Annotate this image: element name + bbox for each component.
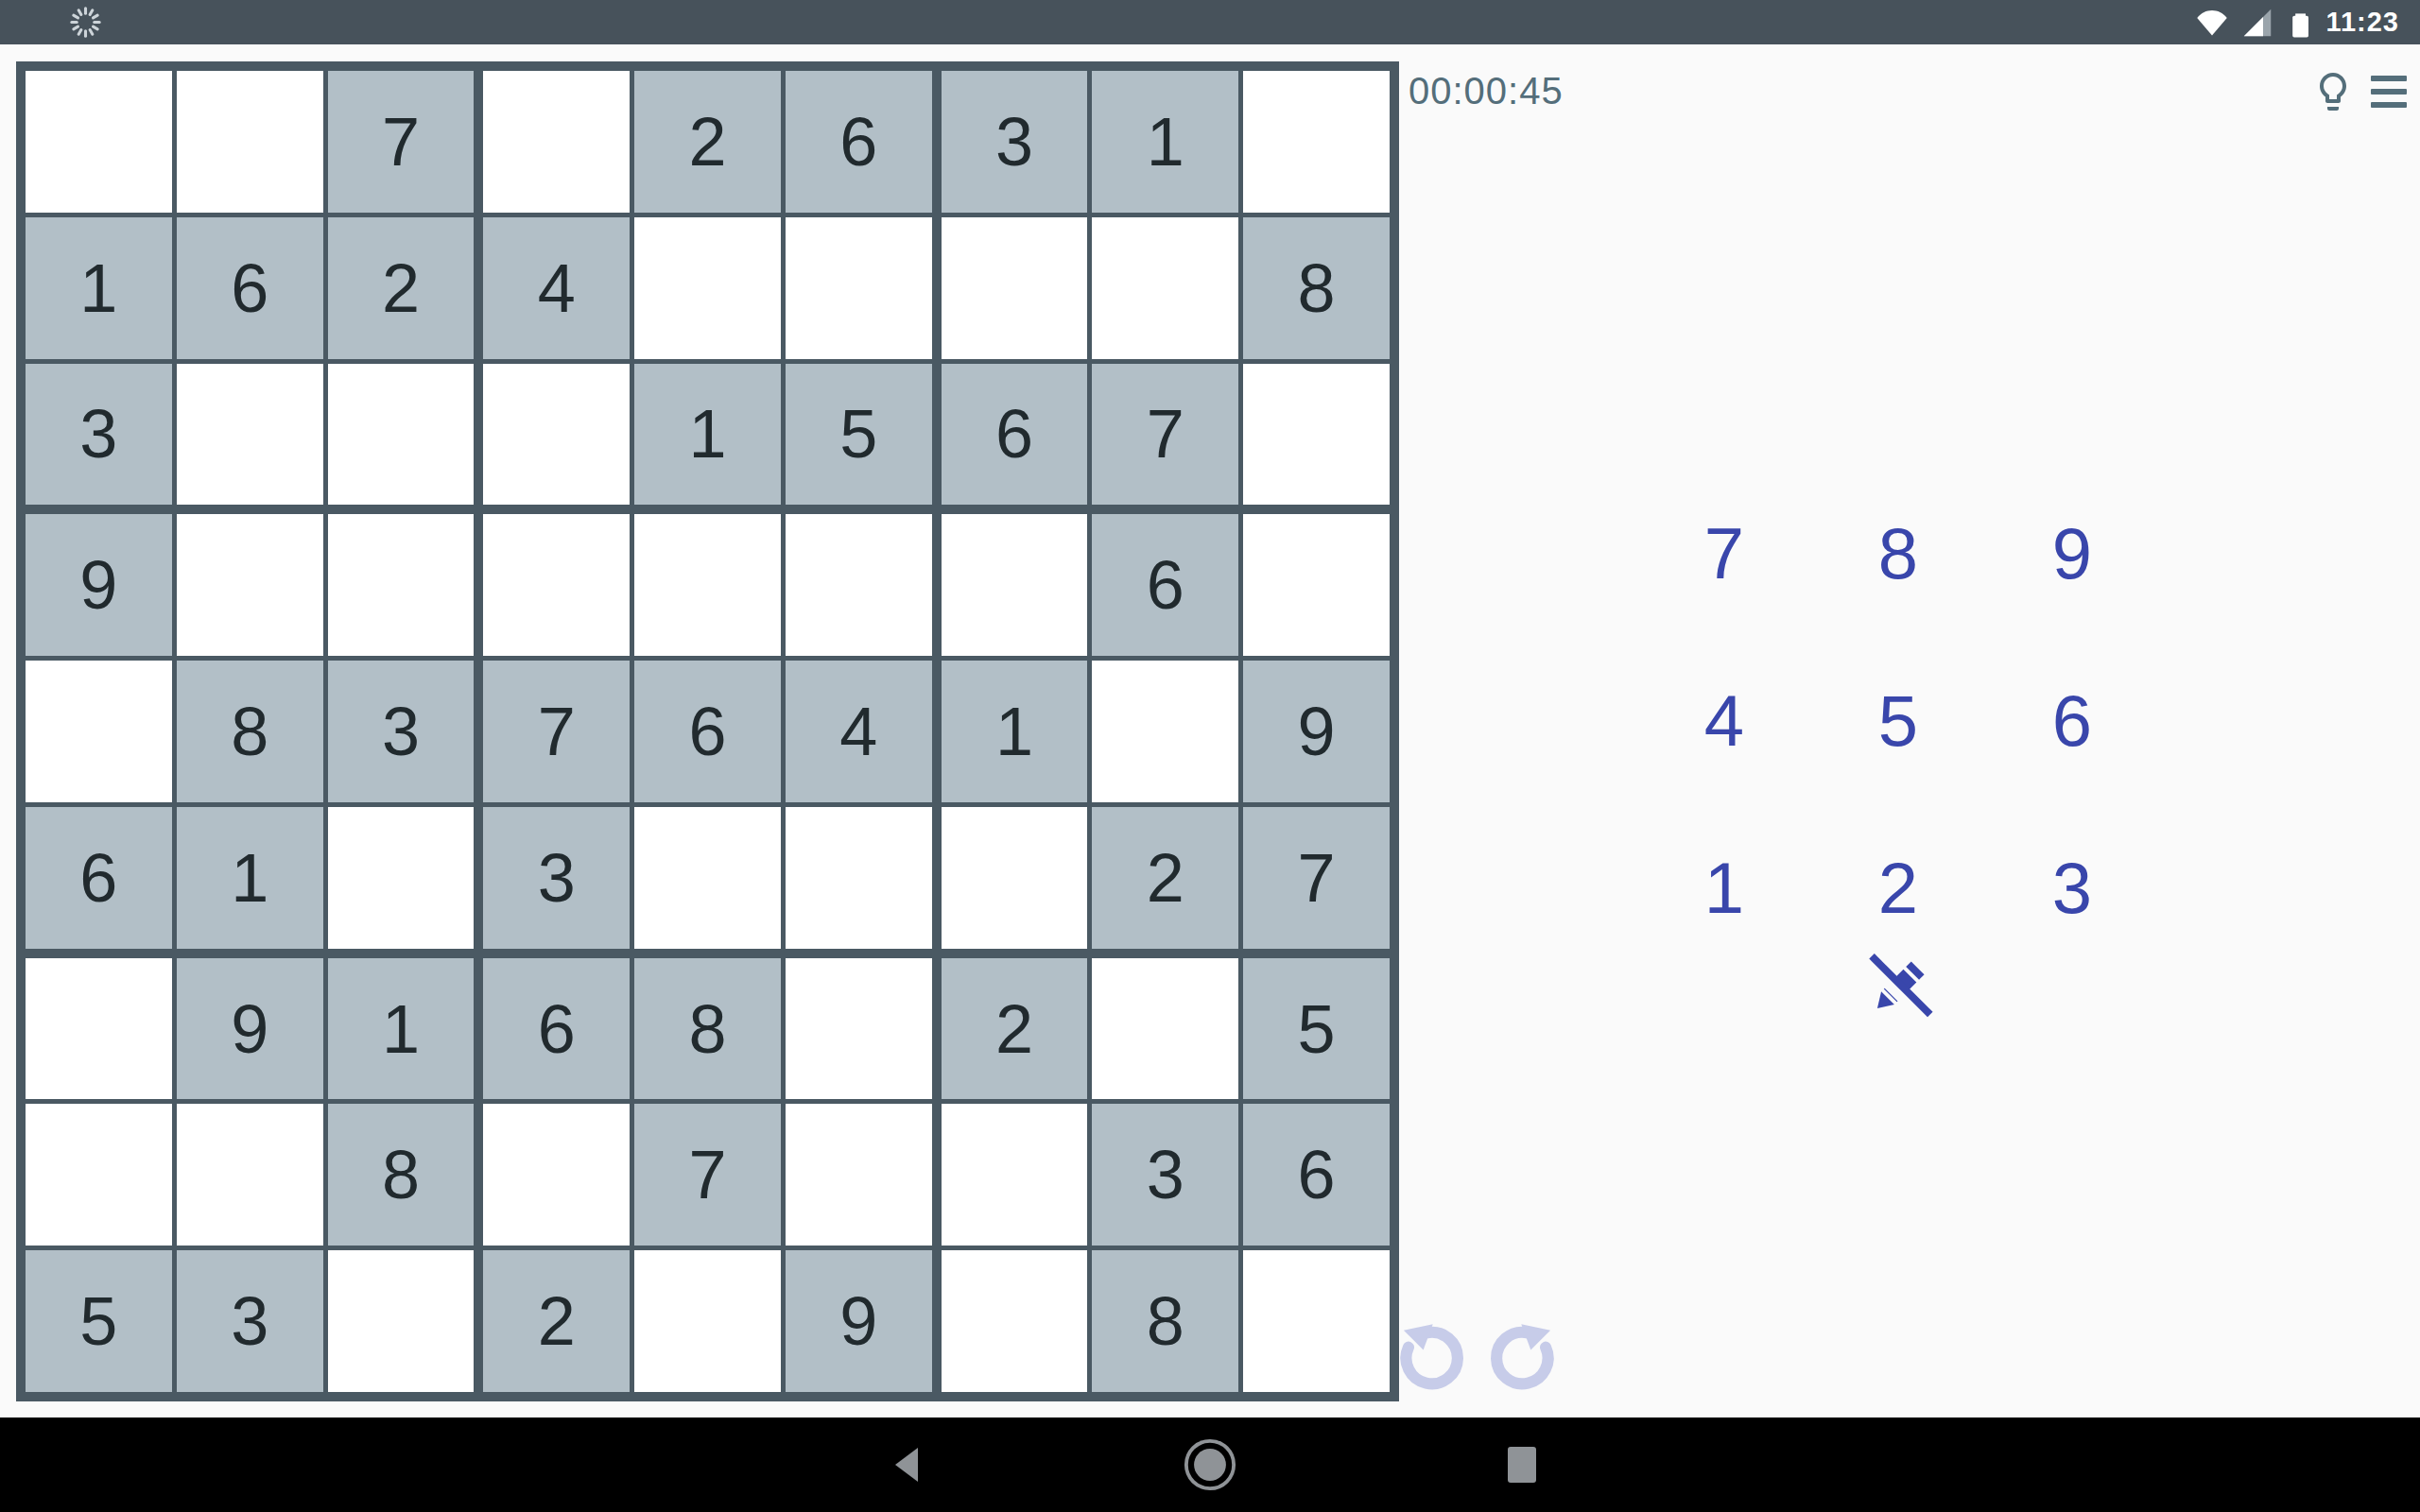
- grid-cell-r7c4[interactable]: 6: [483, 958, 630, 1100]
- grid-cell-r6c9[interactable]: 7: [1243, 807, 1390, 949]
- numpad-key-9[interactable]: 9: [1985, 470, 2159, 637]
- grid-cell-r4c8[interactable]: 6: [1092, 514, 1238, 656]
- numpad-key-5[interactable]: 5: [1811, 637, 1985, 804]
- board-block-1: 71623: [26, 71, 474, 505]
- grid-cell-r3c3[interactable]: [328, 364, 475, 506]
- numpad-key-6[interactable]: 6: [1985, 637, 2159, 804]
- numpad-key-3[interactable]: 3: [1985, 805, 2159, 972]
- board-block-3: 31867: [942, 71, 1390, 505]
- recents-square-icon: [1499, 1442, 1545, 1487]
- grid-cell-r5c5[interactable]: 6: [634, 661, 781, 802]
- grid-cell-r9c8[interactable]: 8: [1092, 1250, 1238, 1392]
- grid-cell-r1c9[interactable]: [1243, 71, 1390, 213]
- grid-cell-r8c3[interactable]: 8: [328, 1104, 475, 1246]
- hamburger-icon: [2371, 102, 2407, 108]
- grid-cell-r5c9[interactable]: 9: [1243, 661, 1390, 802]
- numpad: 789456123: [1637, 470, 2159, 972]
- grid-cell-r9c2[interactable]: 3: [177, 1250, 323, 1392]
- grid-cell-r6c6[interactable]: [786, 807, 932, 949]
- pencil-mode-button[interactable]: [1861, 951, 1935, 1024]
- grid-cell-r1c5[interactable]: 2: [634, 71, 781, 213]
- grid-cell-r5c1[interactable]: [26, 661, 172, 802]
- grid-cell-r9c1[interactable]: 5: [26, 1250, 172, 1392]
- grid-cell-r8c2[interactable]: [177, 1104, 323, 1246]
- grid-cell-r1c2[interactable]: [177, 71, 323, 213]
- grid-cell-r7c2[interactable]: 9: [177, 958, 323, 1100]
- grid-cell-r5c8[interactable]: [1092, 661, 1238, 802]
- grid-cell-r9c6[interactable]: 9: [786, 1250, 932, 1392]
- sudoku-board: 7162326415318679836176436192791853687292…: [16, 61, 1399, 1401]
- wifi-icon: [2195, 6, 2229, 40]
- numpad-key-8[interactable]: 8: [1811, 470, 1985, 637]
- board-block-6: 61927: [942, 514, 1390, 948]
- grid-cell-r4c4[interactable]: [483, 514, 630, 656]
- grid-cell-r2c1[interactable]: 1: [26, 217, 172, 359]
- grid-cell-r7c6[interactable]: [786, 958, 932, 1100]
- grid-cell-r6c5[interactable]: [634, 807, 781, 949]
- hamburger-icon: [2371, 89, 2407, 94]
- grid-cell-r5c3[interactable]: 3: [328, 661, 475, 802]
- grid-cell-r2c6[interactable]: [786, 217, 932, 359]
- hint-button[interactable]: [2310, 69, 2356, 114]
- sync-spinner-icon: [68, 5, 103, 40]
- grid-cell-r1c4[interactable]: [483, 71, 630, 213]
- grid-cell-r8c7[interactable]: [942, 1104, 1088, 1246]
- menu-button[interactable]: [2371, 76, 2412, 108]
- grid-cell-r4c2[interactable]: [177, 514, 323, 656]
- grid-cell-r6c8[interactable]: 2: [1092, 807, 1238, 949]
- grid-cell-r7c9[interactable]: 5: [1243, 958, 1390, 1100]
- edit-off-icon: [1861, 951, 1935, 1024]
- grid-cell-r8c9[interactable]: 6: [1243, 1104, 1390, 1246]
- board-block-2: 26415: [483, 71, 931, 505]
- grid-cell-r7c3[interactable]: 1: [328, 958, 475, 1100]
- grid-cell-r6c1[interactable]: 6: [26, 807, 172, 949]
- grid-cell-r3c7[interactable]: 6: [942, 364, 1088, 506]
- grid-cell-r3c2[interactable]: [177, 364, 323, 506]
- grid-cell-r1c3[interactable]: 7: [328, 71, 475, 213]
- android-nav-bar: [0, 1417, 2420, 1512]
- cell-signal-icon: [2240, 6, 2274, 40]
- grid-cell-r4c3[interactable]: [328, 514, 475, 656]
- grid-cell-r3c9[interactable]: [1243, 364, 1390, 506]
- battery-icon: [2286, 6, 2314, 40]
- grid-cell-r3c4[interactable]: [483, 364, 630, 506]
- grid-cell-r4c6[interactable]: [786, 514, 932, 656]
- grid-cell-r8c4[interactable]: [483, 1104, 630, 1246]
- grid-cell-r3c5[interactable]: 1: [634, 364, 781, 506]
- grid-cell-r7c8[interactable]: [1092, 958, 1238, 1100]
- grid-cell-r9c9[interactable]: [1243, 1250, 1390, 1392]
- grid-cell-r2c3[interactable]: 2: [328, 217, 475, 359]
- numpad-key-1[interactable]: 1: [1637, 805, 1811, 972]
- grid-cell-r4c7[interactable]: [942, 514, 1088, 656]
- grid-cell-r1c1[interactable]: [26, 71, 172, 213]
- numpad-key-4[interactable]: 4: [1637, 637, 1811, 804]
- grid-cell-r5c4[interactable]: 7: [483, 661, 630, 802]
- app-root: 11:23 7162326415318679836176436192791853…: [0, 0, 2420, 1512]
- grid-cell-r6c2[interactable]: 1: [177, 807, 323, 949]
- grid-cell-r7c1[interactable]: [26, 958, 172, 1100]
- grid-cell-r4c1[interactable]: 9: [26, 514, 172, 656]
- grid-cell-r9c7[interactable]: [942, 1250, 1088, 1392]
- grid-cell-r9c3[interactable]: [328, 1250, 475, 1392]
- nav-back-button[interactable]: [851, 1417, 964, 1512]
- status-clock: 11:23: [2325, 7, 2399, 38]
- grid-cell-r2c9[interactable]: 8: [1243, 217, 1390, 359]
- nav-home-button[interactable]: [1153, 1417, 1267, 1512]
- grid-cell-r8c5[interactable]: 7: [634, 1104, 781, 1246]
- grid-cell-r4c5[interactable]: [634, 514, 781, 656]
- grid-cell-r5c2[interactable]: 8: [177, 661, 323, 802]
- grid-cell-r1c8[interactable]: 1: [1092, 71, 1238, 213]
- home-circle-icon: [1183, 1437, 1237, 1492]
- redo-icon: [1481, 1315, 1563, 1397]
- redo-button[interactable]: [1481, 1315, 1563, 1397]
- grid-cell-r8c8[interactable]: 3: [1092, 1104, 1238, 1246]
- board-block-5: 7643: [483, 514, 931, 948]
- grid-cell-r6c3[interactable]: [328, 807, 475, 949]
- back-triangle-icon: [885, 1442, 930, 1487]
- game-timer: 00:00:45: [1409, 70, 1564, 112]
- board-block-9: 25368: [942, 958, 1390, 1392]
- status-bar: 11:23: [0, 0, 2420, 44]
- grid-cell-r2c5[interactable]: [634, 217, 781, 359]
- grid-cell-r1c7[interactable]: 3: [942, 71, 1088, 213]
- grid-cell-r9c4[interactable]: 2: [483, 1250, 630, 1392]
- grid-cell-r3c8[interactable]: 7: [1092, 364, 1238, 506]
- grid-cell-r9c5[interactable]: [634, 1250, 781, 1392]
- numpad-key-2[interactable]: 2: [1811, 805, 1985, 972]
- grid-cell-r5c7[interactable]: 1: [942, 661, 1088, 802]
- undo-icon: [1391, 1315, 1473, 1397]
- grid-cell-r6c4[interactable]: 3: [483, 807, 630, 949]
- grid-cell-r3c6[interactable]: 5: [786, 364, 932, 506]
- lightbulb-icon: [2310, 69, 2356, 114]
- grid-cell-r5c6[interactable]: 4: [786, 661, 932, 802]
- grid-cell-r2c8[interactable]: [1092, 217, 1238, 359]
- grid-cell-r8c6[interactable]: [786, 1104, 932, 1246]
- grid-cell-r1c6[interactable]: 6: [786, 71, 932, 213]
- grid-cell-r6c7[interactable]: [942, 807, 1088, 949]
- grid-cell-r8c1[interactable]: [26, 1104, 172, 1246]
- hamburger-icon: [2371, 76, 2407, 81]
- grid-cell-r2c4[interactable]: 4: [483, 217, 630, 359]
- grid-cell-r7c7[interactable]: 2: [942, 958, 1088, 1100]
- grid-cell-r7c5[interactable]: 8: [634, 958, 781, 1100]
- numpad-key-7[interactable]: 7: [1637, 470, 1811, 637]
- grid-cell-r2c2[interactable]: 6: [177, 217, 323, 359]
- board-block-8: 68729: [483, 958, 931, 1392]
- board-block-7: 91853: [26, 958, 474, 1392]
- grid-cell-r2c7[interactable]: [942, 217, 1088, 359]
- nav-recents-button[interactable]: [1465, 1417, 1579, 1512]
- undo-button[interactable]: [1391, 1315, 1473, 1397]
- board-block-4: 98361: [26, 514, 474, 948]
- grid-cell-r3c1[interactable]: 3: [26, 364, 172, 506]
- grid-cell-r4c9[interactable]: [1243, 514, 1390, 656]
